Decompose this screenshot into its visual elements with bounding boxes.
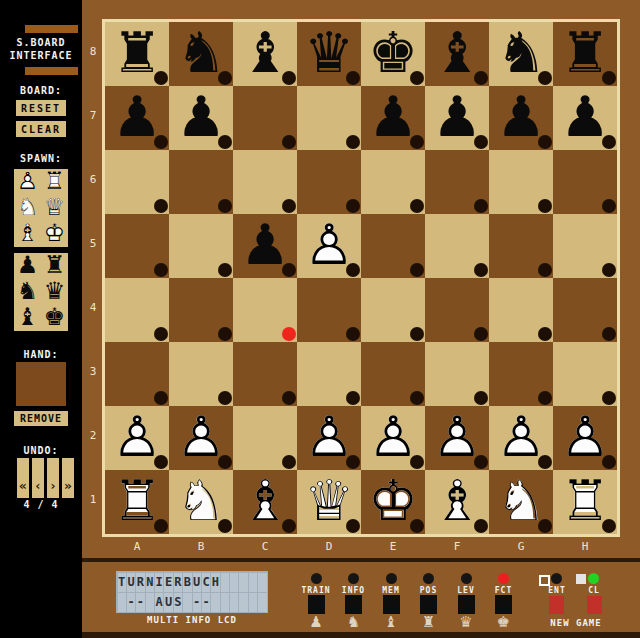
file-label-b: B xyxy=(169,540,233,554)
rank-label-1: 1 xyxy=(84,493,102,511)
white-king[interactable]: ♚♔ xyxy=(41,221,68,247)
train-led xyxy=(311,573,322,584)
square-led xyxy=(282,263,296,277)
square-led xyxy=(474,199,488,213)
square-e5[interactable] xyxy=(361,214,425,278)
rank-label-2: 2 xyxy=(84,429,102,447)
lcd-caption: MULTI INFO LCD xyxy=(116,615,268,625)
square-f2[interactable]: ♟♙ xyxy=(425,406,489,470)
file-label-h: H xyxy=(553,540,617,554)
lcd-display: TURNIERBUCH -- AUS -- xyxy=(116,571,268,613)
sidebar-divider-top xyxy=(25,25,78,33)
queen-icon: ♛ xyxy=(447,613,485,631)
square-led xyxy=(218,391,232,405)
lcd-cell xyxy=(183,593,191,612)
square-d5[interactable]: ♟♙ xyxy=(297,214,361,278)
square-a8[interactable]: ♜ xyxy=(105,22,169,86)
pos-label: POS xyxy=(410,586,448,595)
info-label: INFO xyxy=(335,586,373,595)
white-rook[interactable]: ♜♖ xyxy=(41,169,68,195)
lcd-cell xyxy=(221,593,229,612)
file-label-c: C xyxy=(233,540,297,554)
square-g6[interactable] xyxy=(489,150,553,214)
square-b6[interactable] xyxy=(169,150,233,214)
panel-divider xyxy=(82,558,640,562)
square-led xyxy=(154,199,168,213)
square-e3[interactable] xyxy=(361,342,425,406)
chess-board: ♜♞♝♛♚♝♞♜♟♟♟♟♟♟♟♟♙♟♙♟♙♟♙♟♙♟♙♟♙♟♙♜♖♞♘♝♗♛♕♚… xyxy=(102,19,620,537)
black-pawn[interactable]: ♟ xyxy=(14,253,41,279)
lcd-cell xyxy=(249,573,257,592)
piece-outline: ♘ xyxy=(14,195,41,221)
square-led xyxy=(538,519,552,533)
square-b3[interactable] xyxy=(169,342,233,406)
rank-label-6: 6 xyxy=(84,173,102,191)
square-led xyxy=(602,71,616,85)
square-d2[interactable]: ♟♙ xyxy=(297,406,361,470)
lev-led xyxy=(461,573,472,584)
square-led xyxy=(538,263,552,277)
lcd-cell xyxy=(146,593,154,612)
reset-button[interactable]: RESET xyxy=(16,100,66,116)
square-f3[interactable] xyxy=(425,342,489,406)
square-led xyxy=(346,263,360,277)
square-led xyxy=(218,263,232,277)
square-g8[interactable]: ♞ xyxy=(489,22,553,86)
square-led xyxy=(282,135,296,149)
lcd-cell: U xyxy=(127,573,135,592)
square-f4[interactable] xyxy=(425,278,489,342)
square-led xyxy=(282,455,296,469)
cl-indicator-square xyxy=(576,574,586,584)
lcd-cell: E xyxy=(164,573,172,592)
piece-outline: ♕ xyxy=(41,195,68,221)
square-led xyxy=(474,455,488,469)
square-led xyxy=(602,519,616,533)
square-a7[interactable]: ♟ xyxy=(105,86,169,150)
ent-button[interactable] xyxy=(549,596,564,614)
redo-all-button[interactable]: » xyxy=(62,458,74,498)
lcd-cell: U xyxy=(193,573,201,592)
bottom-strip xyxy=(82,632,640,638)
piece-glyph: ♛ xyxy=(41,279,68,305)
lcd-cell: R xyxy=(136,573,144,592)
black-bishop[interactable]: ♝ xyxy=(14,305,41,331)
file-label-f: F xyxy=(425,540,489,554)
square-c2[interactable] xyxy=(233,406,297,470)
square-c8[interactable]: ♝ xyxy=(233,22,297,86)
black-rook[interactable]: ♜ xyxy=(41,253,68,279)
rank-label-8: 8 xyxy=(84,45,102,63)
lcd-cell: U xyxy=(164,593,172,612)
square-led xyxy=(346,199,360,213)
square-led xyxy=(538,327,552,341)
square-led xyxy=(602,263,616,277)
square-led xyxy=(602,135,616,149)
piece-glyph: ♚ xyxy=(41,305,68,331)
spawn-section-label: SPAWN: xyxy=(0,153,82,164)
square-led xyxy=(282,519,296,533)
square-g7[interactable]: ♟ xyxy=(489,86,553,150)
square-c7[interactable] xyxy=(233,86,297,150)
square-d6[interactable] xyxy=(297,150,361,214)
square-b8[interactable]: ♞ xyxy=(169,22,233,86)
square-b5[interactable] xyxy=(169,214,233,278)
square-h7[interactable]: ♟ xyxy=(553,86,617,150)
rank-label-3: 3 xyxy=(84,365,102,383)
lcd-cell: B xyxy=(183,573,191,592)
square-led xyxy=(474,71,488,85)
square-h3[interactable] xyxy=(553,342,617,406)
square-e6[interactable] xyxy=(361,150,425,214)
square-led-red xyxy=(282,327,296,341)
square-e1[interactable]: ♚♔ xyxy=(361,470,425,534)
hand-slot[interactable] xyxy=(16,362,66,406)
bishop-icon: ♝ xyxy=(372,613,410,631)
lcd-cell: S xyxy=(174,593,182,612)
rank-label-4: 4 xyxy=(84,301,102,319)
info-button[interactable] xyxy=(345,595,362,614)
square-c1[interactable]: ♝♗ xyxy=(233,470,297,534)
square-led xyxy=(474,263,488,277)
white-bishop[interactable]: ♝♗ xyxy=(14,221,41,247)
square-h4[interactable] xyxy=(553,278,617,342)
square-d7[interactable] xyxy=(297,86,361,150)
lcd-cell: - xyxy=(136,593,144,612)
rook-icon: ♜ xyxy=(410,613,448,631)
file-label-g: G xyxy=(489,540,553,554)
lcd-cell xyxy=(258,593,266,612)
black-king[interactable]: ♚ xyxy=(41,305,68,331)
square-b7[interactable]: ♟ xyxy=(169,86,233,150)
piece-glyph: ♟ xyxy=(14,253,41,279)
square-led xyxy=(346,455,360,469)
train-label: TRAIN xyxy=(297,586,335,595)
new-game-label: NEW GAME xyxy=(536,618,616,628)
chess-computer-ui: S.BOARD INTERFACE BOARD: RESET CLEAR SPA… xyxy=(0,0,640,638)
square-f1[interactable]: ♝♗ xyxy=(425,470,489,534)
pos-button[interactable] xyxy=(420,595,437,614)
square-led xyxy=(602,455,616,469)
lcd-cell xyxy=(211,593,219,612)
square-e4[interactable] xyxy=(361,278,425,342)
white-queen[interactable]: ♛♕ xyxy=(41,195,68,221)
piece-glyph: ♝ xyxy=(14,305,41,331)
king-icon: ♚ xyxy=(485,613,523,631)
black-queen[interactable]: ♛ xyxy=(41,279,68,305)
square-led xyxy=(410,263,424,277)
square-led xyxy=(410,327,424,341)
black-knight[interactable]: ♞ xyxy=(14,279,41,305)
square-led xyxy=(410,391,424,405)
square-f5[interactable] xyxy=(425,214,489,278)
square-c3[interactable] xyxy=(233,342,297,406)
square-led xyxy=(218,135,232,149)
square-led xyxy=(346,135,360,149)
lcd-cell xyxy=(118,593,126,612)
square-g1[interactable]: ♞♘ xyxy=(489,470,553,534)
lcd-cell xyxy=(239,593,247,612)
square-led xyxy=(474,519,488,533)
rank-label-7: 7 xyxy=(84,109,102,127)
square-led xyxy=(538,199,552,213)
rank-label-5: 5 xyxy=(84,237,102,255)
square-led xyxy=(346,71,360,85)
square-a2[interactable]: ♟♙ xyxy=(105,406,169,470)
square-led xyxy=(218,71,232,85)
lcd-cell: H xyxy=(211,573,219,592)
square-led xyxy=(602,327,616,341)
lcd-cell: R xyxy=(174,573,182,592)
undo-one-button[interactable]: ‹ xyxy=(32,458,44,498)
square-led xyxy=(154,135,168,149)
lcd-cell xyxy=(249,593,257,612)
pawn-icon: ♟ xyxy=(297,613,335,631)
piece-glyph: ♞ xyxy=(14,279,41,305)
lcd-cell: - xyxy=(193,593,201,612)
ent-led xyxy=(551,573,562,584)
lcd-cell xyxy=(221,573,229,592)
square-led xyxy=(410,199,424,213)
piece-outline: ♖ xyxy=(41,169,68,195)
square-c4[interactable] xyxy=(233,278,297,342)
square-g5[interactable] xyxy=(489,214,553,278)
fct-led xyxy=(498,573,509,584)
square-led xyxy=(410,135,424,149)
square-led xyxy=(282,391,296,405)
piece-outline: ♗ xyxy=(14,221,41,247)
mem-led xyxy=(386,573,397,584)
square-a4[interactable] xyxy=(105,278,169,342)
square-a5[interactable] xyxy=(105,214,169,278)
square-led xyxy=(346,327,360,341)
file-label-a: A xyxy=(105,540,169,554)
square-d4[interactable] xyxy=(297,278,361,342)
piece-outline: ♔ xyxy=(41,221,68,247)
knight-icon: ♞ xyxy=(335,613,373,631)
square-led xyxy=(218,519,232,533)
sidebar: S.BOARD INTERFACE BOARD: RESET CLEAR SPA… xyxy=(0,0,82,638)
lcd-cell: C xyxy=(202,573,210,592)
square-g2[interactable]: ♟♙ xyxy=(489,406,553,470)
mem-label: MEM xyxy=(372,586,410,595)
square-b1[interactable]: ♞♘ xyxy=(169,470,233,534)
square-h6[interactable] xyxy=(553,150,617,214)
lcd-cell: T xyxy=(118,573,126,592)
square-b2[interactable]: ♟♙ xyxy=(169,406,233,470)
square-d1[interactable]: ♛♕ xyxy=(297,470,361,534)
square-f7[interactable]: ♟ xyxy=(425,86,489,150)
square-f8[interactable]: ♝ xyxy=(425,22,489,86)
lcd-cell xyxy=(230,593,238,612)
square-c5[interactable]: ♟ xyxy=(233,214,297,278)
square-led xyxy=(218,199,232,213)
lcd-cell: - xyxy=(127,593,135,612)
fct-label: FCT xyxy=(485,586,523,595)
square-h8[interactable]: ♜ xyxy=(553,22,617,86)
square-led xyxy=(282,199,296,213)
square-led xyxy=(154,327,168,341)
ent-label: ENT xyxy=(538,586,576,595)
square-d3[interactable] xyxy=(297,342,361,406)
pos-led xyxy=(423,573,434,584)
sidebar-divider-bottom xyxy=(25,67,78,75)
square-led xyxy=(474,135,488,149)
file-label-e: E xyxy=(361,540,425,554)
board-section-label: BOARD: xyxy=(0,85,82,96)
square-led xyxy=(538,455,552,469)
square-led xyxy=(474,391,488,405)
square-led xyxy=(410,71,424,85)
square-led xyxy=(346,519,360,533)
cl-led xyxy=(588,573,599,584)
square-led xyxy=(154,71,168,85)
square-led xyxy=(602,199,616,213)
white-knight[interactable]: ♞♘ xyxy=(14,195,41,221)
square-h5[interactable] xyxy=(553,214,617,278)
lev-button[interactable] xyxy=(458,595,475,614)
square-led xyxy=(154,263,168,277)
lcd-cell: N xyxy=(146,573,154,592)
square-led xyxy=(218,327,232,341)
undo-controls: «‹›» xyxy=(17,458,75,498)
train-button[interactable] xyxy=(308,595,325,614)
square-a1[interactable]: ♜♖ xyxy=(105,470,169,534)
redo-one-button[interactable]: › xyxy=(47,458,59,498)
file-label-d: D xyxy=(297,540,361,554)
square-e8[interactable]: ♚ xyxy=(361,22,425,86)
clear-button[interactable]: CLEAR xyxy=(16,121,66,137)
piece-outline: ♙ xyxy=(14,169,41,195)
ent-indicator-square xyxy=(539,575,550,586)
lcd-cell xyxy=(230,573,238,592)
square-e2[interactable]: ♟♙ xyxy=(361,406,425,470)
lev-label: LEV xyxy=(447,586,485,595)
square-led xyxy=(538,135,552,149)
square-h2[interactable]: ♟♙ xyxy=(553,406,617,470)
spawn-panel-white: ♟♙♜♖♞♘♛♕♝♗♚♔ xyxy=(14,169,68,247)
sidebar-title-line1: S.BOARD xyxy=(0,37,82,48)
square-a6[interactable] xyxy=(105,150,169,214)
square-led xyxy=(410,519,424,533)
info-led xyxy=(348,573,359,584)
cl-button[interactable] xyxy=(587,596,602,614)
square-f6[interactable] xyxy=(425,150,489,214)
square-led xyxy=(474,327,488,341)
hand-section-label: HAND: xyxy=(0,349,82,360)
undo-all-button[interactable]: « xyxy=(17,458,29,498)
square-led xyxy=(154,391,168,405)
square-a3[interactable] xyxy=(105,342,169,406)
square-led xyxy=(282,71,296,85)
square-led xyxy=(154,455,168,469)
square-led xyxy=(538,391,552,405)
mem-button[interactable] xyxy=(383,595,400,614)
white-pawn[interactable]: ♟♙ xyxy=(14,169,41,195)
square-g3[interactable] xyxy=(489,342,553,406)
square-e7[interactable]: ♟ xyxy=(361,86,425,150)
remove-button[interactable]: REMOVE xyxy=(14,411,68,426)
lcd-cell: A xyxy=(155,593,163,612)
square-led xyxy=(538,71,552,85)
square-c6[interactable] xyxy=(233,150,297,214)
sidebar-title-line2: INTERFACE xyxy=(0,50,82,61)
spawn-panel-black: ♟♜♞♛♝♚ xyxy=(14,253,68,331)
square-led xyxy=(218,455,232,469)
square-g4[interactable] xyxy=(489,278,553,342)
square-led xyxy=(346,391,360,405)
undo-counter: 4 / 4 xyxy=(0,499,82,510)
square-d8[interactable]: ♛ xyxy=(297,22,361,86)
lcd-cell: - xyxy=(202,593,210,612)
undo-section-label: UNDO: xyxy=(0,445,82,456)
square-led xyxy=(410,455,424,469)
square-b4[interactable] xyxy=(169,278,233,342)
lcd-cell xyxy=(239,573,247,592)
fct-button[interactable] xyxy=(495,595,512,614)
piece-glyph: ♜ xyxy=(41,253,68,279)
lcd-cell: I xyxy=(155,573,163,592)
square-h1[interactable]: ♜♖ xyxy=(553,470,617,534)
cl-label: CL xyxy=(575,586,613,595)
lcd-cell xyxy=(258,573,266,592)
square-led xyxy=(154,519,168,533)
square-led xyxy=(602,391,616,405)
